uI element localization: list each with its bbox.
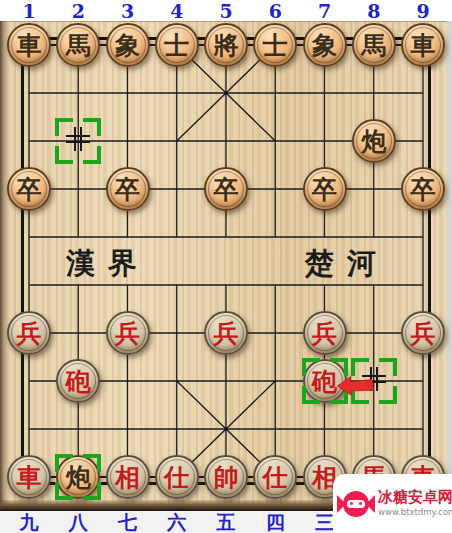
candy-gamepad-logo-icon (337, 489, 375, 519)
piece-red[interactable]: 兵 (401, 311, 445, 355)
board-cell: 卒 (300, 165, 349, 213)
piece-red[interactable]: 兵 (204, 311, 248, 355)
board-cell (349, 357, 398, 405)
file-cjk-label: 五 (201, 510, 250, 533)
top-coordinates: 123456789 (0, 0, 448, 21)
board-cell: 將 (201, 21, 250, 69)
piece-black[interactable]: 馬 (56, 23, 100, 67)
file-number-label: 6 (251, 0, 300, 22)
board-cell: 馬 (54, 21, 103, 69)
board-cell: 炮 (349, 117, 398, 165)
piece-red[interactable]: 仕 (253, 455, 297, 499)
file-number-label: 2 (54, 0, 103, 22)
watermark-badge: 冰糖安卓网 www.btxtdmy.com (333, 474, 452, 533)
crosshair-cursor-icon (64, 125, 92, 157)
file-number-label: 8 (349, 0, 398, 22)
piece-black[interactable]: 卒 (303, 167, 347, 211)
board-cell: 兵 (103, 309, 152, 357)
file-number-label: 3 (103, 0, 152, 22)
board-cell: 士 (251, 21, 300, 69)
file-cjk-label: 四 (251, 510, 300, 533)
piece-black[interactable]: 卒 (204, 167, 248, 211)
piece-red[interactable]: 砲 (56, 359, 100, 403)
piece-black[interactable]: 馬 (352, 23, 396, 67)
board-cell: 卒 (201, 165, 250, 213)
board-cell: 卒 (103, 165, 152, 213)
board-cell: 卒 (4, 165, 53, 213)
piece-red[interactable]: 兵 (106, 311, 150, 355)
file-number-label: 1 (4, 0, 53, 22)
board-cell: 士 (152, 21, 201, 69)
board-cell: 馬 (349, 21, 398, 69)
board-cell: 帥 (201, 453, 250, 501)
piece-red[interactable]: 車 (7, 455, 51, 499)
piece-black[interactable]: 車 (7, 23, 51, 67)
file-cjk-label: 九 (4, 510, 53, 533)
board-cell (300, 357, 349, 405)
board-cell: 象 (103, 21, 152, 69)
board-cell: 砲 (54, 357, 103, 405)
selection-bracket-marker (302, 358, 348, 404)
watermark-site-name: 冰糖安卓网 (378, 490, 452, 505)
board-cell (54, 117, 103, 165)
board-cell: 象 (300, 21, 349, 69)
file-number-label: 7 (300, 0, 349, 22)
piece-black[interactable]: 車 (401, 23, 445, 67)
board-cell: 兵 (4, 309, 53, 357)
piece-red[interactable]: 兵 (7, 311, 51, 355)
board-grid: 車馬象士將士象馬車炮卒卒卒卒卒兵兵兵兵兵砲砲車炮相仕帥仕相馬車 (4, 21, 447, 501)
piece-black[interactable]: 士 (253, 23, 297, 67)
board-cell: 仕 (251, 453, 300, 501)
piece-red[interactable]: 仕 (155, 455, 199, 499)
board-cell: 車 (4, 21, 53, 69)
file-cjk-label: 七 (103, 510, 152, 533)
xiangqi-screenshot: 漢界 楚河 123456789 九八七六五四三二一 車馬象士將士象馬車炮卒卒卒卒… (0, 0, 452, 533)
board-cell: 兵 (201, 309, 250, 357)
board-cell: 車 (4, 453, 53, 501)
watermark-url: www.btxtdmy.com (378, 508, 452, 517)
piece-black[interactable]: 卒 (401, 167, 445, 211)
file-cjk-label: 八 (54, 510, 103, 533)
board-cell: 仕 (152, 453, 201, 501)
board-cell: 卒 (398, 165, 447, 213)
piece-red[interactable]: 兵 (303, 311, 347, 355)
crosshair-cursor-icon (360, 365, 388, 397)
piece-black[interactable]: 卒 (7, 167, 51, 211)
piece-black[interactable]: 象 (106, 23, 150, 67)
file-cjk-label: 六 (152, 510, 201, 533)
board-cell: 車 (398, 21, 447, 69)
piece-black[interactable]: 炮 (352, 119, 396, 163)
selection-bracket-marker (55, 118, 101, 164)
board-cell (54, 453, 103, 501)
board-cell: 兵 (398, 309, 447, 357)
file-number-label: 4 (152, 0, 201, 22)
piece-black[interactable]: 象 (303, 23, 347, 67)
file-number-label: 5 (201, 0, 250, 22)
piece-red[interactable]: 相 (106, 455, 150, 499)
piece-black[interactable]: 士 (155, 23, 199, 67)
piece-black[interactable]: 卒 (106, 167, 150, 211)
board-cell: 相 (103, 453, 152, 501)
selection-bracket-marker (55, 454, 101, 500)
piece-black[interactable]: 將 (204, 23, 248, 67)
board-cell: 兵 (300, 309, 349, 357)
piece-red[interactable]: 帥 (204, 455, 248, 499)
selection-bracket-marker (351, 358, 397, 404)
file-number-label: 9 (398, 0, 447, 22)
